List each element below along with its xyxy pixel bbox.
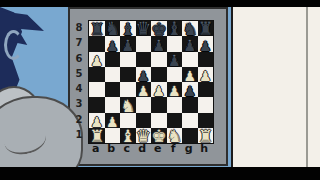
cartoon-video-frame: 87654321 ♜♞♝♛♚♝♞♜♟♟♟♟♟♟♟♟♟♟♟♟♟♟♞♟♟♜♝♛♚♞♜… — [0, 0, 320, 180]
square-c3: ♞ — [120, 97, 136, 112]
square-d3 — [136, 97, 152, 112]
square-c2 — [120, 113, 136, 128]
square-h3 — [198, 97, 214, 112]
square-f4: ♟ — [167, 82, 183, 97]
square-c5 — [120, 67, 136, 82]
white-pawn-h5: ♟ — [199, 69, 212, 83]
square-c4 — [120, 82, 136, 97]
square-e3 — [151, 97, 167, 112]
square-a7 — [89, 36, 105, 51]
rank-label-5: 5 — [71, 66, 87, 81]
square-g2 — [182, 113, 198, 128]
square-g6 — [182, 52, 198, 67]
square-h5: ♟ — [198, 67, 214, 82]
square-e2 — [151, 113, 167, 128]
rank-label-4: 4 — [71, 81, 87, 96]
rank-label-2: 2 — [71, 112, 87, 127]
square-a5 — [89, 67, 105, 82]
square-e4: ♟ — [151, 82, 167, 97]
black-pawn-f6: ♟ — [168, 54, 181, 68]
file-label-h: h — [197, 141, 213, 155]
square-c6 — [120, 52, 136, 67]
square-a8: ♜ — [89, 21, 105, 36]
black-pawn-e7: ♟ — [152, 39, 165, 53]
square-g7: ♟ — [182, 36, 198, 51]
square-a2: ♟ — [89, 113, 105, 128]
square-e7: ♟ — [151, 36, 167, 51]
rank-label-8: 8 — [71, 20, 87, 35]
square-b6 — [105, 52, 121, 67]
square-h8: ♜ — [198, 21, 214, 36]
white-pawn-e4: ♟ — [152, 84, 165, 98]
white-pawn-a2: ♟ — [90, 115, 103, 129]
black-pawn-b7: ♟ — [106, 39, 119, 53]
white-pawn-g5: ♟ — [183, 69, 196, 83]
square-g3 — [182, 97, 198, 112]
square-c7: ♟ — [120, 36, 136, 51]
file-label-f: f — [166, 141, 182, 155]
rank-label-6: 6 — [71, 51, 87, 66]
file-label-e: e — [150, 141, 166, 155]
square-d2 — [136, 113, 152, 128]
square-f8: ♝ — [167, 21, 183, 36]
black-pawn-d5: ♟ — [137, 69, 150, 83]
square-d6 — [136, 52, 152, 67]
square-f6: ♟ — [167, 52, 183, 67]
square-a3 — [89, 97, 105, 112]
square-e8: ♚ — [151, 21, 167, 36]
rank-label-3: 3 — [71, 96, 87, 111]
square-a4 — [89, 82, 105, 97]
square-d5: ♟ — [136, 67, 152, 82]
square-c8: ♝ — [120, 21, 136, 36]
file-label-a: a — [88, 141, 104, 155]
rank-label-1: 1 — [71, 127, 87, 142]
square-b7: ♟ — [105, 36, 121, 51]
black-pawn-c7: ♟ — [121, 39, 134, 53]
square-g8: ♞ — [182, 21, 198, 36]
wall-seam-line — [306, 7, 308, 167]
file-labels: abcdefgh — [88, 141, 212, 155]
chess-board: ♜♞♝♛♚♝♞♜♟♟♟♟♟♟♟♟♟♟♟♟♟♟♞♟♟♜♝♛♚♞♜ — [88, 20, 214, 144]
square-f5 — [167, 67, 183, 82]
square-f2 — [167, 113, 183, 128]
white-pawn-b2: ♟ — [106, 115, 119, 129]
square-h6 — [198, 52, 214, 67]
square-b3 — [105, 97, 121, 112]
square-f3 — [167, 97, 183, 112]
square-b2: ♟ — [105, 113, 121, 128]
rank-labels: 87654321 — [71, 20, 87, 142]
file-label-c: c — [119, 141, 135, 155]
square-f7 — [167, 36, 183, 51]
black-pawn-h7: ♟ — [199, 39, 212, 53]
square-b5 — [105, 67, 121, 82]
square-b8: ♞ — [105, 21, 121, 36]
white-pawn-a6: ♟ — [90, 54, 103, 68]
file-label-b: b — [104, 141, 120, 155]
square-e6 — [151, 52, 167, 67]
square-b4 — [105, 82, 121, 97]
square-g5: ♟ — [182, 67, 198, 82]
letterbox-bottom — [0, 167, 320, 180]
letterbox-top — [0, 0, 320, 7]
rank-label-7: 7 — [71, 35, 87, 50]
white-pawn-d4: ♟ — [137, 84, 150, 98]
square-d7 — [136, 36, 152, 51]
square-h2 — [198, 113, 214, 128]
figure-curl-detail — [4, 30, 23, 60]
file-label-d: d — [135, 141, 151, 155]
square-e5 — [151, 67, 167, 82]
square-d8: ♛ — [136, 21, 152, 36]
square-d4: ♟ — [136, 82, 152, 97]
white-pawn-f4: ♟ — [168, 84, 181, 98]
black-pawn-g7: ♟ — [183, 39, 196, 53]
square-g4: ♟ — [182, 82, 198, 97]
square-a6: ♟ — [89, 52, 105, 67]
square-h4 — [198, 82, 214, 97]
file-label-g: g — [181, 141, 197, 155]
square-h7: ♟ — [198, 36, 214, 51]
black-pawn-g4: ♟ — [183, 84, 196, 98]
